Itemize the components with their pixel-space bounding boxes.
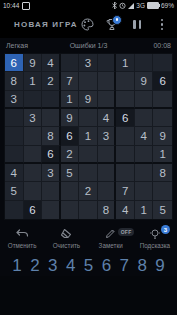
numpad-2[interactable]: 2: [27, 256, 43, 276]
status-bar: 10:44 3G 69%: [0, 0, 177, 11]
sudoku-cell-r6c7[interactable]: [116, 146, 135, 164]
sudoku-cell-r4c9[interactable]: [153, 109, 172, 127]
sudoku-cell-r5c5[interactable]: 1: [79, 127, 98, 145]
sudoku-cell-r6c5[interactable]: [79, 146, 98, 164]
sudoku-cell-r4c3[interactable]: [42, 109, 61, 127]
sudoku-cell-r7c2[interactable]: [24, 164, 43, 182]
sudoku-cell-r2c6[interactable]: [98, 72, 117, 90]
sudoku-cell-r7c1[interactable]: 4: [5, 164, 24, 182]
menu-button[interactable]: [155, 18, 169, 32]
sudoku-cell-r7c8[interactable]: [135, 164, 154, 182]
sudoku-cell-r1c4[interactable]: [61, 54, 80, 72]
erase-label: Очистить: [53, 242, 80, 249]
sudoku-cell-r6c4[interactable]: 2: [61, 146, 80, 164]
notification-icon: [22, 2, 30, 10]
sudoku-cell-r8c6[interactable]: [98, 182, 117, 200]
sudoku-cell-r4c8[interactable]: [135, 109, 154, 127]
sudoku-cell-r5c4[interactable]: 6: [61, 127, 80, 145]
tournament-badge: [112, 15, 122, 25]
erase-button[interactable]: Очистить: [44, 227, 88, 249]
sudoku-cell-r9c1[interactable]: [5, 201, 24, 219]
sudoku-cell-r9c7[interactable]: 4: [116, 201, 135, 219]
page-title: НОВАЯ ИГРА: [14, 20, 78, 29]
sudoku-cell-r1c1[interactable]: 6: [5, 54, 24, 72]
sudoku-cell-r1c7[interactable]: 1: [116, 54, 135, 72]
sudoku-cell-r8c2[interactable]: [24, 182, 43, 200]
bluetooth-icon: [112, 2, 117, 9]
sudoku-cell-r7c5[interactable]: [79, 164, 98, 182]
numpad-9[interactable]: 9: [152, 256, 168, 276]
info-bar: Легкая Ошибки 1/3 00:08: [0, 38, 177, 52]
numpad-5[interactable]: 5: [81, 256, 97, 276]
sudoku-cell-r9c6[interactable]: 8: [98, 201, 117, 219]
theme-palette-button[interactable]: [80, 18, 94, 32]
sudoku-cell-r3c6[interactable]: [98, 91, 117, 109]
sudoku-cell-r5c2[interactable]: [24, 127, 43, 145]
hint-button[interactable]: 3 Подсказка: [133, 227, 177, 249]
sudoku-cell-r1c3[interactable]: 4: [42, 54, 61, 72]
sudoku-cell-r3c7[interactable]: [116, 91, 135, 109]
sudoku-cell-r8c3[interactable]: [42, 182, 61, 200]
sudoku-cell-r7c4[interactable]: 5: [61, 164, 80, 182]
sudoku-cell-r6c1[interactable]: [5, 146, 24, 164]
difficulty-label: Легкая: [6, 42, 28, 49]
sudoku-cell-r4c4[interactable]: 9: [61, 109, 80, 127]
numpad: 123456789: [0, 256, 177, 276]
sudoku-cell-r2c1[interactable]: 8: [5, 72, 24, 90]
sudoku-cell-r5c7[interactable]: [116, 127, 135, 145]
sudoku-cell-r4c5[interactable]: [79, 109, 98, 127]
sudoku-cell-r8c8[interactable]: [135, 182, 154, 200]
battery-percent: 69%: [161, 2, 174, 9]
kebab-menu-icon: [161, 19, 164, 31]
sudoku-cell-r4c1[interactable]: [5, 109, 24, 127]
notes-state-pill: OFF: [118, 228, 134, 236]
notes-button[interactable]: OFF Заметки: [89, 227, 133, 249]
pause-icon: [133, 20, 141, 29]
sudoku-cell-r5c3[interactable]: 8: [42, 127, 61, 145]
numpad-6[interactable]: 6: [98, 256, 114, 276]
sudoku-cell-r3c8[interactable]: [135, 91, 154, 109]
sudoku-cell-r2c8[interactable]: 9: [135, 72, 154, 90]
toolbar: Отменить Очистить OFF Заметки 3 Подсказк…: [0, 227, 177, 249]
notes-label: Заметки: [99, 242, 123, 249]
sudoku-cell-r2c2[interactable]: 1: [24, 72, 43, 90]
sudoku-cell-r6c9[interactable]: 1: [153, 146, 172, 164]
sudoku-cell-r6c6[interactable]: [98, 146, 117, 164]
status-time: 10:44: [3, 2, 19, 9]
sudoku-grid: 694318127963193946861349621435852768415: [4, 53, 173, 220]
sudoku-app: 10:44 3G 69% НОВАЯ ИГРА: [0, 0, 177, 315]
sudoku-cell-r2c9[interactable]: 6: [153, 72, 172, 90]
sudoku-cell-r6c8[interactable]: [135, 146, 154, 164]
sudoku-cell-r3c4[interactable]: 1: [61, 91, 80, 109]
sudoku-cell-r7c7[interactable]: [116, 164, 135, 182]
sudoku-cell-r6c2[interactable]: [24, 146, 43, 164]
sudoku-cell-r1c2[interactable]: 9: [24, 54, 43, 72]
sudoku-cell-r3c5[interactable]: 9: [79, 91, 98, 109]
signal-icon: [128, 3, 134, 9]
undo-icon: [16, 227, 29, 240]
numpad-1[interactable]: 1: [9, 256, 25, 276]
numpad-7[interactable]: 7: [116, 256, 132, 276]
sudoku-cell-r5c1[interactable]: [5, 127, 24, 145]
pause-button[interactable]: [130, 18, 144, 32]
sudoku-cell-r1c6[interactable]: [98, 54, 117, 72]
sudoku-cell-r2c3[interactable]: 2: [42, 72, 61, 90]
sudoku-cell-r3c3[interactable]: [42, 91, 61, 109]
bottom-space: [0, 276, 177, 315]
numpad-3[interactable]: 3: [45, 256, 61, 276]
sudoku-cell-r1c8[interactable]: [135, 54, 154, 72]
sudoku-cell-r5c6[interactable]: 3: [98, 127, 117, 145]
sudoku-cell-r2c4[interactable]: 7: [61, 72, 80, 90]
sudoku-cell-r6c3[interactable]: 6: [42, 146, 61, 164]
sudoku-cell-r9c9[interactable]: 5: [153, 201, 172, 219]
battery-icon: [147, 2, 159, 9]
hint-bulb-icon: 3: [149, 227, 161, 240]
hint-label: Подсказка: [140, 242, 170, 249]
numpad-8[interactable]: 8: [134, 256, 150, 276]
sudoku-cell-r3c9[interactable]: [153, 91, 172, 109]
sudoku-cell-r9c2[interactable]: 6: [24, 201, 43, 219]
hint-count-badge: 3: [161, 225, 170, 234]
sudoku-cell-r9c8[interactable]: 1: [135, 201, 154, 219]
sudoku-cell-r4c2[interactable]: 3: [24, 109, 43, 127]
sudoku-cell-r5c9[interactable]: 9: [153, 127, 172, 145]
sudoku-cell-r7c9[interactable]: 8: [153, 164, 172, 182]
sudoku-cell-r8c5[interactable]: 2: [79, 182, 98, 200]
sudoku-cell-r4c7[interactable]: 6: [116, 109, 135, 127]
sudoku-cell-r2c5[interactable]: [79, 72, 98, 90]
tournament-button[interactable]: [105, 18, 119, 32]
sudoku-cell-r7c3[interactable]: 3: [42, 164, 61, 182]
sudoku-cell-r8c9[interactable]: [153, 182, 172, 200]
header: НОВАЯ ИГРА: [0, 11, 177, 38]
sudoku-cell-r7c6[interactable]: [98, 164, 117, 182]
sudoku-cell-r8c7[interactable]: 7: [116, 182, 135, 200]
undo-button[interactable]: Отменить: [0, 227, 44, 249]
eraser-icon: [60, 227, 72, 240]
sudoku-cell-r9c5[interactable]: [79, 201, 98, 219]
sudoku-cell-r4c6[interactable]: 4: [98, 109, 117, 127]
alarm-icon: [119, 2, 126, 9]
sudoku-cell-r2c7[interactable]: [116, 72, 135, 90]
sudoku-cell-r9c3[interactable]: [42, 201, 61, 219]
sudoku-cell-r8c4[interactable]: [61, 182, 80, 200]
sudoku-cell-r3c1[interactable]: 3: [5, 91, 24, 109]
sudoku-cell-r3c2[interactable]: [24, 91, 43, 109]
undo-label: Отменить: [8, 242, 37, 249]
sudoku-cell-r9c4[interactable]: [61, 201, 80, 219]
sudoku-cell-r1c9[interactable]: [153, 54, 172, 72]
numpad-4[interactable]: 4: [63, 256, 79, 276]
sudoku-cell-r1c5[interactable]: 3: [79, 54, 98, 72]
pencil-icon: OFF: [105, 227, 116, 240]
network-type: 3G: [136, 2, 145, 9]
timer: 00:08: [153, 42, 171, 49]
sudoku-cell-r8c1[interactable]: 5: [5, 182, 24, 200]
sudoku-cell-r5c8[interactable]: 4: [135, 127, 154, 145]
palette-icon: [81, 18, 94, 31]
